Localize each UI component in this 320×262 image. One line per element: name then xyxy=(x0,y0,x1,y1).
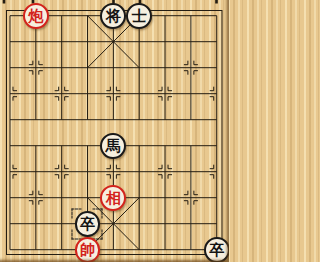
point-3-9: 帥 xyxy=(75,237,101,262)
red-elephant-piece[interactable]: 相 xyxy=(100,185,126,211)
board-intersections[interactable]: 炮将士馬相卒帥卒 xyxy=(0,3,229,262)
point-3-8: 卒 xyxy=(75,211,101,237)
red-general-piece[interactable]: 帥 xyxy=(75,237,101,262)
red-cannon-piece[interactable]: 炮 xyxy=(23,3,49,29)
point-4-5: 馬 xyxy=(100,133,126,159)
point-4-7: 相 xyxy=(100,185,126,211)
point-8-9: 卒 xyxy=(204,237,229,262)
black-horse-piece[interactable]: 馬 xyxy=(100,133,126,159)
black-pawn-piece[interactable]: 卒 xyxy=(75,211,101,237)
xiangqi-board[interactable]: 炮将士馬相卒帥卒 xyxy=(0,0,229,262)
black-general-piece[interactable]: 将 xyxy=(100,3,126,29)
black-pawn-piece[interactable]: 卒 xyxy=(204,237,229,262)
point-4-0: 将 xyxy=(100,3,126,29)
point-1-0: 炮 xyxy=(23,3,49,29)
black-advisor-piece[interactable]: 士 xyxy=(126,3,152,29)
point-5-0: 士 xyxy=(126,3,152,29)
